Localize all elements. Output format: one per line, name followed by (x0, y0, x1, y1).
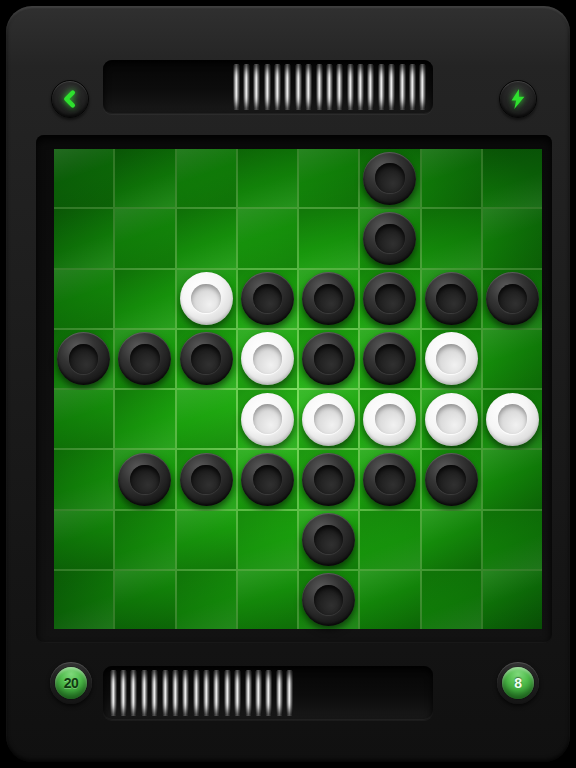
board-cell[interactable] (360, 390, 419, 448)
coil-disc (224, 670, 231, 716)
black-disc (241, 453, 294, 506)
board-cell[interactable] (360, 330, 419, 388)
board-cell[interactable] (422, 571, 481, 629)
coil-disc (245, 670, 252, 716)
disc-inner-ring (375, 465, 405, 495)
disc-inner-ring (130, 344, 160, 374)
board-cell[interactable] (54, 209, 113, 267)
board-cell[interactable] (483, 149, 542, 207)
board-cell[interactable] (177, 390, 236, 448)
board-cell[interactable] (422, 330, 481, 388)
disc-inner-ring (375, 404, 405, 434)
board-cell[interactable] (238, 390, 297, 448)
white-disc-tray (103, 60, 433, 114)
black-disc (425, 272, 478, 325)
coil-disc (203, 670, 210, 716)
board-cell[interactable] (115, 270, 174, 328)
board-cell[interactable] (54, 511, 113, 569)
coil-disc (265, 670, 272, 716)
disc-inner-ring (375, 284, 405, 314)
board-cell[interactable] (54, 330, 113, 388)
coil-disc (151, 670, 158, 716)
board-cell[interactable] (115, 571, 174, 629)
disc-inner-ring (69, 344, 99, 374)
coil-disc (274, 64, 281, 110)
coil-disc (130, 670, 137, 716)
black-disc (302, 453, 355, 506)
board-cell[interactable] (115, 511, 174, 569)
disc-inner-ring (314, 525, 344, 555)
coil-disc (305, 64, 312, 110)
coil-disc (326, 64, 333, 110)
coil-disc (243, 64, 250, 110)
black-disc (180, 453, 233, 506)
board-cell[interactable] (238, 149, 297, 207)
disc-coil (231, 63, 428, 111)
board-cell[interactable] (422, 511, 481, 569)
board-cell[interactable] (177, 330, 236, 388)
black-disc (118, 453, 171, 506)
board-cell[interactable] (115, 390, 174, 448)
board-cell[interactable] (54, 149, 113, 207)
coil-disc (172, 670, 179, 716)
device-frame: 20 8 (6, 6, 570, 762)
disc-coil (108, 669, 295, 717)
board-cell[interactable] (483, 511, 542, 569)
coil-disc (234, 670, 241, 716)
disc-inner-ring (314, 344, 344, 374)
disc-inner-ring (314, 585, 344, 615)
disc-inner-ring (436, 465, 466, 495)
disc-inner-ring (498, 284, 528, 314)
black-disc (302, 332, 355, 385)
coil-disc (316, 64, 323, 110)
coil-disc (367, 64, 374, 110)
coil-disc (336, 64, 343, 110)
black-disc (180, 332, 233, 385)
white-disc (302, 393, 355, 446)
white-disc (363, 393, 416, 446)
black-disc (57, 332, 110, 385)
board-cell[interactable] (422, 450, 481, 508)
black-disc (241, 272, 294, 325)
white-disc (425, 332, 478, 385)
coil-disc (378, 64, 385, 110)
white-disc (180, 272, 233, 325)
disc-inner-ring (253, 284, 283, 314)
coil-disc (286, 670, 293, 716)
black-disc (302, 573, 355, 626)
black-disc (486, 272, 539, 325)
board-cell[interactable] (422, 209, 481, 267)
board-cell[interactable] (422, 390, 481, 448)
coil-disc (110, 670, 117, 716)
board-cell[interactable] (483, 209, 542, 267)
board-cell[interactable] (54, 390, 113, 448)
black-score-value: 20 (55, 667, 87, 699)
board-cell[interactable] (115, 149, 174, 207)
board-cell[interactable] (483, 270, 542, 328)
coil-disc (162, 670, 169, 716)
board-cell[interactable] (54, 450, 113, 508)
board-cell[interactable] (238, 330, 297, 388)
black-disc (363, 272, 416, 325)
board (54, 149, 542, 629)
coil-disc (357, 64, 364, 110)
coil-disc (213, 670, 220, 716)
coil-disc (193, 670, 200, 716)
black-disc (425, 453, 478, 506)
board-cell[interactable] (360, 270, 419, 328)
white-disc (241, 393, 294, 446)
white-disc (241, 332, 294, 385)
disc-inner-ring (191, 284, 221, 314)
board-cell[interactable] (299, 270, 358, 328)
disc-inner-ring (253, 465, 283, 495)
board-cell[interactable] (299, 450, 358, 508)
board-cell[interactable] (115, 450, 174, 508)
coil-disc (233, 64, 240, 110)
coil-disc (388, 64, 395, 110)
board-cell[interactable] (238, 450, 297, 508)
coil-disc (120, 670, 127, 716)
disc-inner-ring (436, 284, 466, 314)
black-disc (363, 152, 416, 205)
board-cell[interactable] (177, 149, 236, 207)
board-cell[interactable] (177, 270, 236, 328)
coil-disc (253, 64, 260, 110)
board-cell[interactable] (299, 330, 358, 388)
coil-disc (141, 670, 148, 716)
board-cell[interactable] (299, 149, 358, 207)
coil-disc (284, 64, 291, 110)
lightning-button[interactable] (499, 80, 537, 118)
lightning-bolt-icon (507, 88, 529, 110)
board-cell[interactable] (238, 511, 297, 569)
black-disc (302, 272, 355, 325)
board-cell[interactable] (422, 270, 481, 328)
board-well (36, 135, 552, 643)
chevron-left-icon (59, 88, 81, 110)
board-cell[interactable] (360, 450, 419, 508)
disc-inner-ring (130, 465, 160, 495)
board-cell[interactable] (238, 571, 297, 629)
board-cell[interactable] (360, 571, 419, 629)
black-score-button[interactable]: 20 (50, 662, 92, 704)
board-cell[interactable] (177, 571, 236, 629)
coil-disc (419, 64, 426, 110)
disc-inner-ring (436, 344, 466, 374)
board-cell[interactable] (483, 330, 542, 388)
coil-disc (409, 64, 416, 110)
board-cell[interactable] (483, 390, 542, 448)
board-cell[interactable] (238, 209, 297, 267)
disc-inner-ring (375, 163, 405, 193)
white-disc (486, 393, 539, 446)
board-cell[interactable] (299, 511, 358, 569)
board-cell[interactable] (115, 209, 174, 267)
coil-disc (276, 670, 283, 716)
board-cell[interactable] (483, 571, 542, 629)
board-cell[interactable] (115, 330, 174, 388)
board-cell[interactable] (299, 390, 358, 448)
coil-disc (399, 64, 406, 110)
board-cell[interactable] (54, 270, 113, 328)
disc-inner-ring (375, 344, 405, 374)
coil-disc (295, 64, 302, 110)
back-button[interactable] (51, 80, 89, 118)
disc-inner-ring (436, 404, 466, 434)
black-disc-tray (103, 666, 433, 720)
black-disc (302, 513, 355, 566)
board-cell[interactable] (360, 209, 419, 267)
white-score-value: 8 (502, 667, 534, 699)
board-cell[interactable] (360, 149, 419, 207)
board-cell[interactable] (422, 149, 481, 207)
board-cell[interactable] (177, 511, 236, 569)
board-cell[interactable] (299, 571, 358, 629)
black-disc (118, 332, 171, 385)
white-score-button[interactable]: 8 (497, 662, 539, 704)
coil-disc (264, 64, 271, 110)
disc-inner-ring (314, 284, 344, 314)
white-disc (425, 393, 478, 446)
black-disc (363, 332, 416, 385)
coil-disc (347, 64, 354, 110)
board-cell[interactable] (299, 209, 358, 267)
board-cell[interactable] (177, 450, 236, 508)
disc-inner-ring (191, 465, 221, 495)
black-disc (363, 453, 416, 506)
disc-inner-ring (253, 344, 283, 374)
coil-disc (255, 670, 262, 716)
black-disc (363, 212, 416, 265)
disc-inner-ring (375, 224, 405, 254)
coil-disc (182, 670, 189, 716)
board-cell[interactable] (360, 511, 419, 569)
board-cell[interactable] (54, 571, 113, 629)
board-cell[interactable] (177, 209, 236, 267)
disc-inner-ring (314, 465, 344, 495)
disc-inner-ring (253, 404, 283, 434)
board-cell[interactable] (483, 450, 542, 508)
disc-inner-ring (191, 344, 221, 374)
disc-inner-ring (498, 404, 528, 434)
disc-inner-ring (314, 404, 344, 434)
board-cell[interactable] (238, 270, 297, 328)
